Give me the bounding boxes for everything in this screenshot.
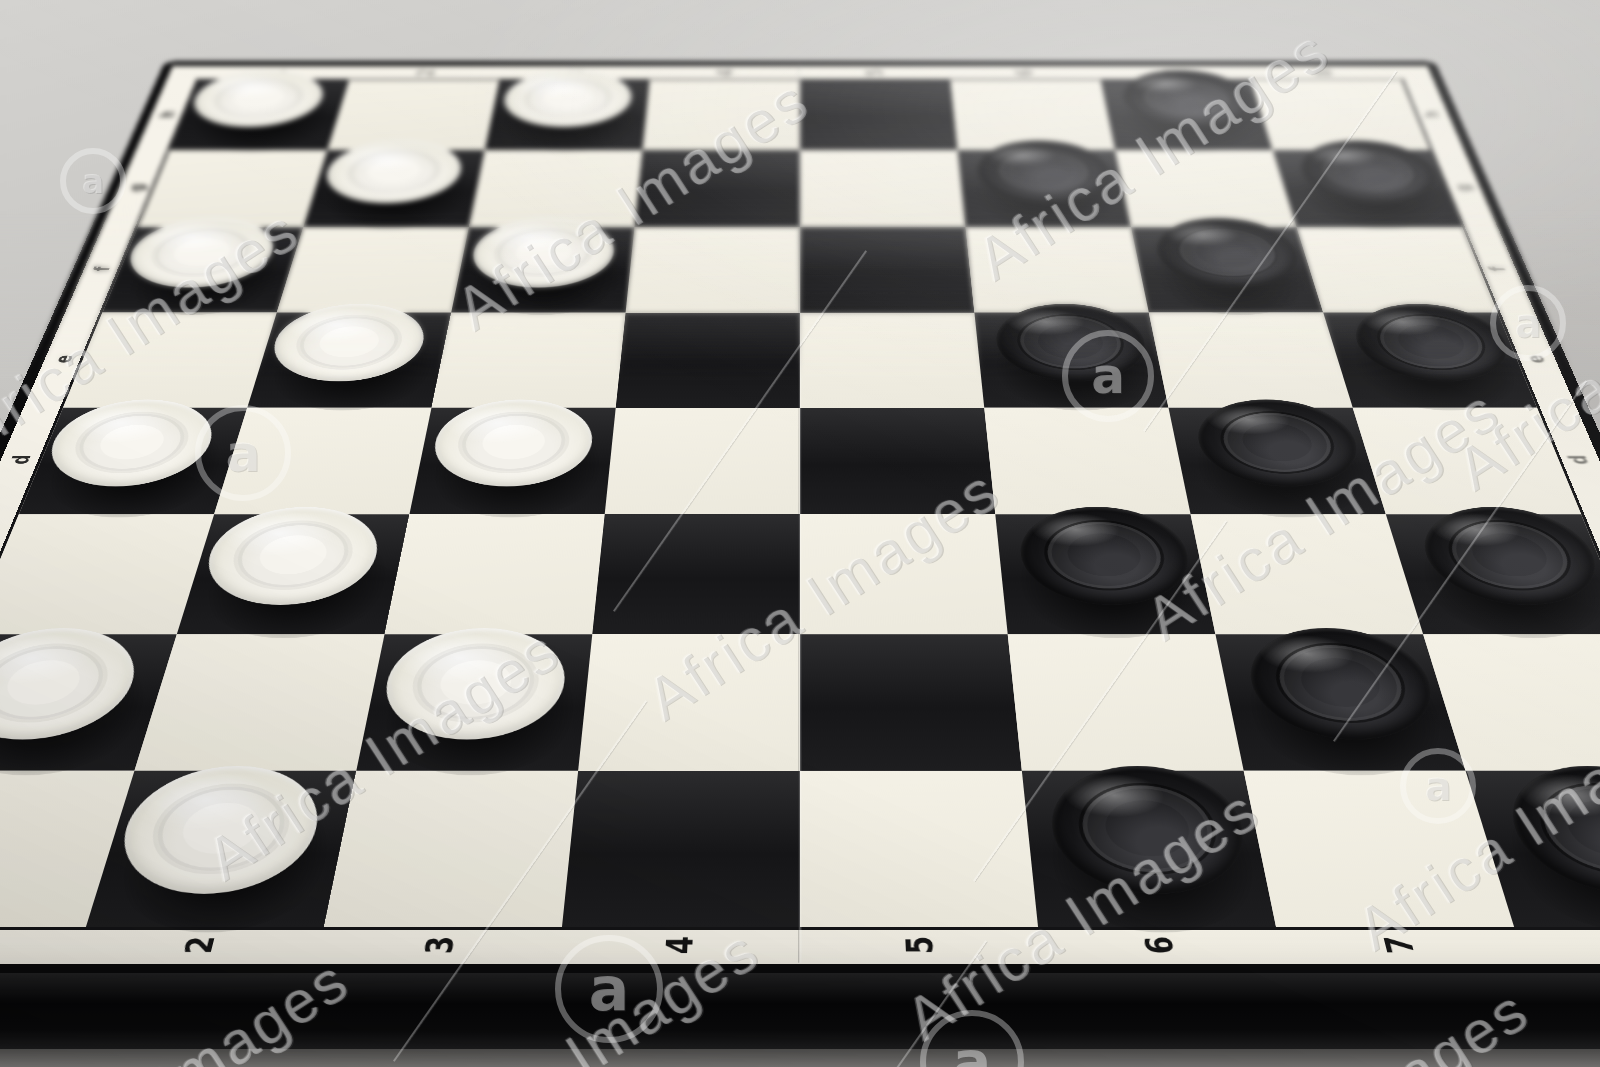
coord-left-d: d [1,448,42,471]
square-f3[interactable] [451,227,634,312]
square-e1[interactable] [63,313,277,408]
coord-top-4: 4 [709,67,742,79]
coord-right-f: f [1480,260,1516,278]
square-f5[interactable] [800,227,974,312]
square-b1[interactable] [0,634,177,770]
square-g2[interactable] [303,150,485,227]
square-a2[interactable] [86,771,356,927]
square-h3[interactable] [485,80,650,150]
square-g1[interactable] [138,150,328,227]
square-f7[interactable] [1131,227,1323,312]
square-d2[interactable] [214,408,431,515]
coord-bottom-3: 3 [412,930,468,961]
square-a3[interactable] [324,771,578,927]
square-a4[interactable] [562,771,800,927]
square-f6[interactable] [966,227,1149,312]
checkers-board: 1122334455667788hhggffeeddccbbaa [0,61,1600,975]
square-a7[interactable] [1244,771,1514,927]
square-g8[interactable] [1273,150,1463,227]
square-g6[interactable] [958,150,1132,227]
square-f1[interactable] [102,227,303,312]
square-c5[interactable] [800,514,1008,634]
square-h5[interactable] [800,80,958,150]
square-e6[interactable] [974,313,1168,408]
square-h8[interactable] [1251,80,1430,150]
coord-bottom-6: 6 [1132,930,1188,961]
square-h7[interactable] [1101,80,1273,150]
square-e5[interactable] [800,313,984,408]
square-g7[interactable] [1115,150,1297,227]
square-f2[interactable] [277,227,469,312]
coord-right-d: d [1558,448,1599,471]
coord-top-8: 8 [1305,67,1341,79]
coord-left-h: h [152,107,184,122]
square-g5[interactable] [800,150,966,227]
square-e3[interactable] [431,313,625,408]
square-g3[interactable] [469,150,643,227]
square-h1[interactable] [170,80,349,150]
square-d1[interactable] [19,408,247,515]
square-e7[interactable] [1149,313,1353,408]
coord-top-5: 5 [859,67,892,79]
square-h2[interactable] [327,80,499,150]
square-a8[interactable] [1466,771,1600,927]
square-d3[interactable] [409,408,615,515]
square-g4[interactable] [634,150,800,227]
square-e4[interactable] [616,313,800,408]
square-c2[interactable] [177,514,410,634]
coord-right-g: g [1446,179,1480,196]
square-d8[interactable] [1353,408,1581,515]
square-c4[interactable] [592,514,800,634]
coord-bottom-7: 7 [1370,930,1429,961]
playing-area [0,80,1600,927]
coord-left-g: g [120,179,154,196]
square-d4[interactable] [605,408,800,515]
coord-right-h: h [1416,107,1448,122]
coord-left-e: e [45,349,83,369]
square-c8[interactable] [1386,514,1600,634]
square-b5[interactable] [800,634,1022,770]
square-d7[interactable] [1169,408,1386,515]
square-c1[interactable] [0,514,214,634]
checkers-photo-scene: 1122334455667788hhggffeeddccbbaa Africa … [0,0,1600,1067]
board-border-strip: 1122334455667788hhggffeeddccbbaa [0,66,1600,964]
square-b7[interactable] [1215,634,1465,770]
coord-top-6: 6 [1007,67,1041,79]
square-b3[interactable] [356,634,592,770]
square-b8[interactable] [1423,634,1600,770]
coord-right-e: e [1517,349,1555,369]
square-f4[interactable] [626,227,800,312]
square-h4[interactable] [642,80,800,150]
square-d6[interactable] [984,408,1190,515]
square-f8[interactable] [1297,227,1498,312]
square-a1[interactable] [0,771,134,927]
coord-bottom-5: 5 [894,930,947,961]
coord-top-2: 2 [408,67,443,79]
coord-left-f: f [84,260,120,278]
square-e8[interactable] [1323,313,1537,408]
square-e2[interactable] [247,313,451,408]
square-a6[interactable] [1022,771,1276,927]
square-d5[interactable] [800,408,995,515]
square-c6[interactable] [995,514,1215,634]
square-b6[interactable] [1008,634,1244,770]
square-b2[interactable] [134,634,384,770]
coord-bottom-2: 2 [170,930,229,961]
square-b4[interactable] [578,634,800,770]
coord-bottom-4: 4 [653,930,706,961]
square-a5[interactable] [800,771,1038,927]
square-c7[interactable] [1191,514,1424,634]
board-side-edge [0,973,1600,1049]
square-c3[interactable] [385,514,605,634]
